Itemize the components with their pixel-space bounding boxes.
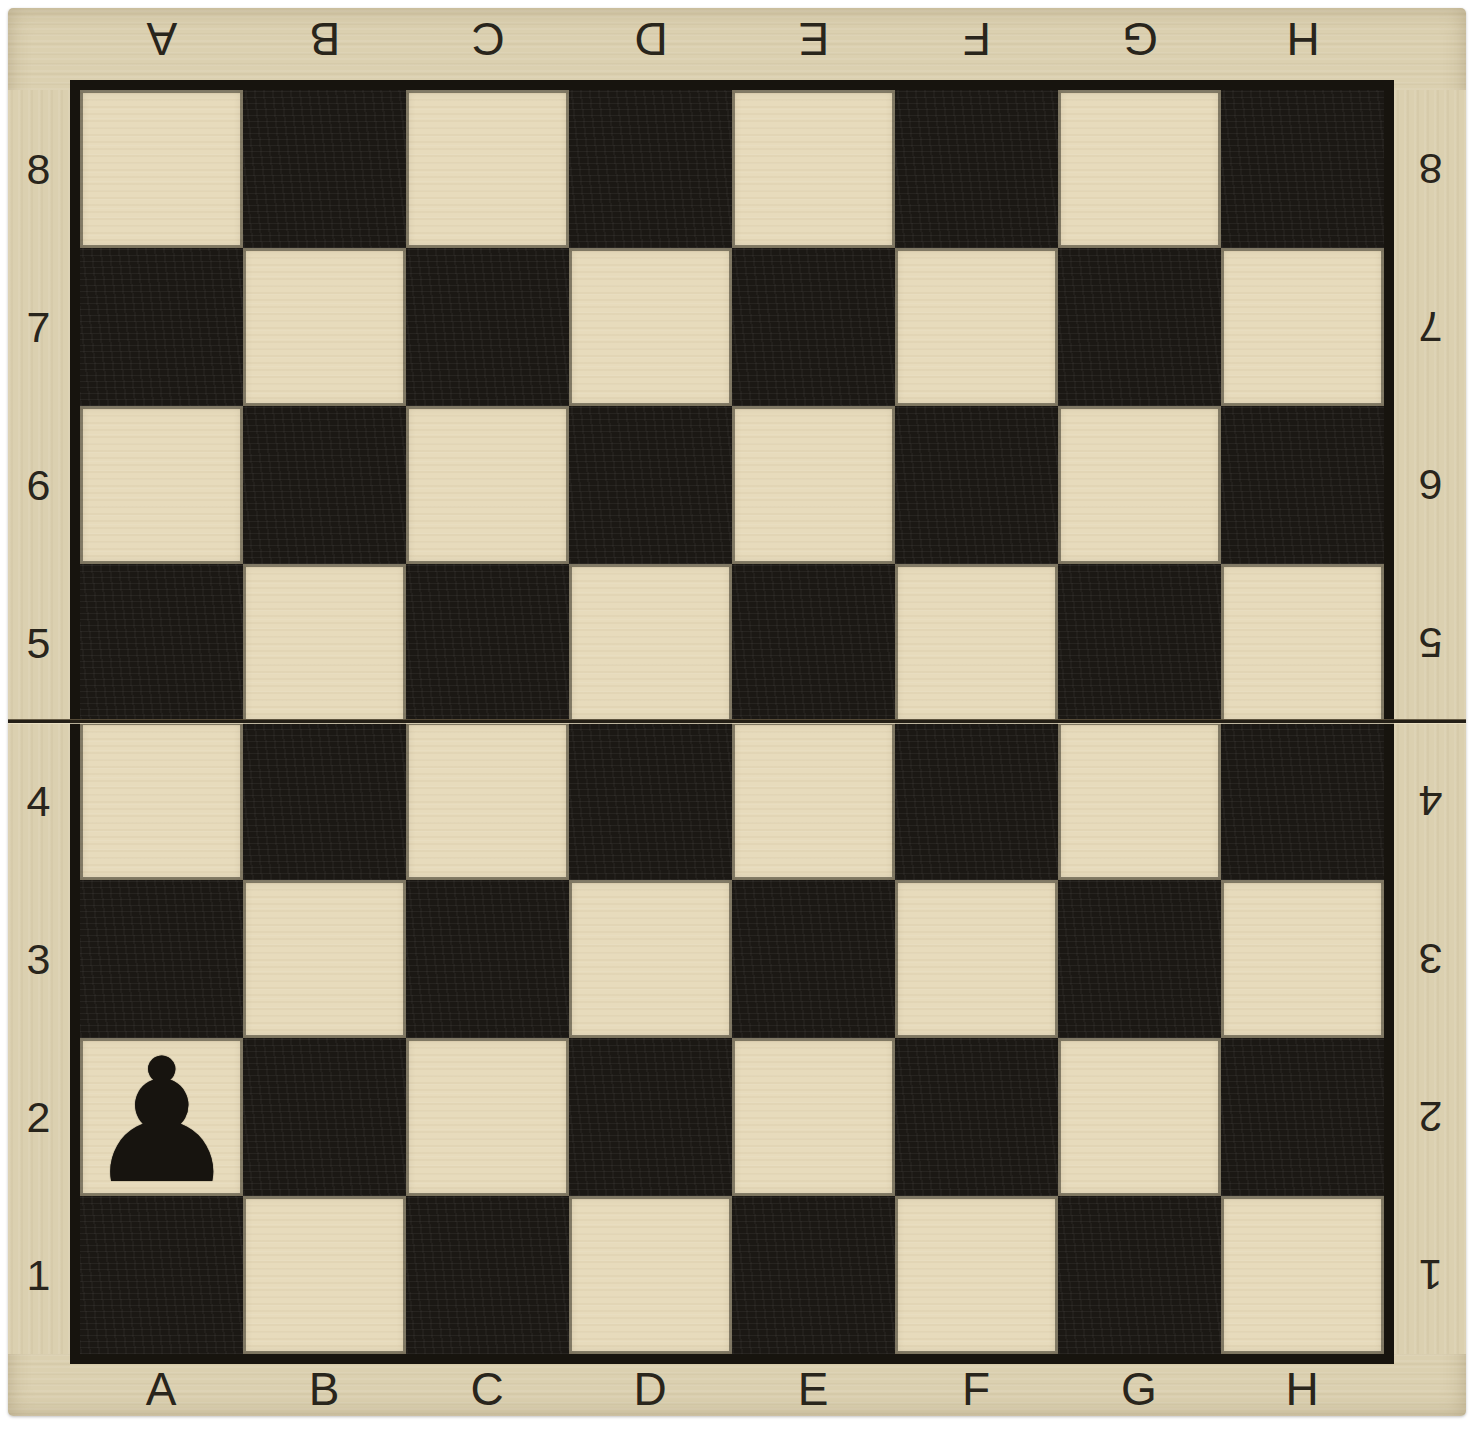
square-a1 xyxy=(80,1196,243,1354)
rank-label-left-4: 4 xyxy=(8,722,70,880)
square-b7 xyxy=(243,248,406,406)
rank-label-right-8: 8 xyxy=(1394,90,1466,248)
square-d4 xyxy=(569,722,732,880)
square-e4 xyxy=(732,722,895,880)
square-e6 xyxy=(732,406,895,564)
square-g6 xyxy=(1058,406,1221,564)
rank-label-right-5: 5 xyxy=(1394,564,1466,722)
board-fold-seam xyxy=(8,719,1466,726)
square-d7 xyxy=(569,248,732,406)
file-label-bottom-d: D xyxy=(569,1364,732,1416)
square-d6 xyxy=(569,406,732,564)
file-label-top-e: E xyxy=(732,8,895,80)
square-f4 xyxy=(895,722,1058,880)
square-b4 xyxy=(243,722,406,880)
square-g2 xyxy=(1058,1038,1221,1196)
square-c7 xyxy=(406,248,569,406)
rank-label-right-1: 1 xyxy=(1394,1196,1466,1354)
square-a5 xyxy=(80,564,243,722)
square-a2: ♟ xyxy=(80,1038,243,1196)
file-labels-top: ABCDEFGH xyxy=(80,8,1384,80)
rank-label-right-3: 3 xyxy=(1394,880,1466,1038)
square-e2 xyxy=(732,1038,895,1196)
square-f6 xyxy=(895,406,1058,564)
square-f2 xyxy=(895,1038,1058,1196)
square-h2 xyxy=(1221,1038,1384,1196)
square-b2 xyxy=(243,1038,406,1196)
file-label-top-b: B xyxy=(243,8,406,80)
rank-label-left-2: 2 xyxy=(8,1038,70,1196)
chessboard: ABCDEFGH 87654321 87654321 ABCDEFGH ♟ xyxy=(8,8,1466,1416)
rank-label-left-3: 3 xyxy=(8,880,70,1038)
square-c1 xyxy=(406,1196,569,1354)
square-a6 xyxy=(80,406,243,564)
square-b1 xyxy=(243,1196,406,1354)
rank-label-right-4: 4 xyxy=(1394,722,1466,880)
file-labels-bottom: ABCDEFGH xyxy=(80,1364,1384,1416)
square-g4 xyxy=(1058,722,1221,880)
square-e7 xyxy=(732,248,895,406)
square-b5 xyxy=(243,564,406,722)
square-c4 xyxy=(406,722,569,880)
file-label-bottom-g: G xyxy=(1058,1364,1221,1416)
rank-label-left-8: 8 xyxy=(8,90,70,248)
square-h6 xyxy=(1221,406,1384,564)
file-label-bottom-h: H xyxy=(1221,1364,1384,1416)
square-f7 xyxy=(895,248,1058,406)
square-d1 xyxy=(569,1196,732,1354)
square-h3 xyxy=(1221,880,1384,1038)
rank-label-left-5: 5 xyxy=(8,564,70,722)
page: { "game": "chess", "position": { "fen": … xyxy=(0,0,1476,1436)
file-label-top-h: H xyxy=(1221,8,1384,80)
square-e5 xyxy=(732,564,895,722)
rank-label-left-1: 1 xyxy=(8,1196,70,1354)
square-a7 xyxy=(80,248,243,406)
square-b3 xyxy=(243,880,406,1038)
square-c2 xyxy=(406,1038,569,1196)
square-e8 xyxy=(732,90,895,248)
file-label-bottom-e: E xyxy=(732,1364,895,1416)
square-g7 xyxy=(1058,248,1221,406)
square-h7 xyxy=(1221,248,1384,406)
rank-label-left-6: 6 xyxy=(8,406,70,564)
rank-label-left-7: 7 xyxy=(8,248,70,406)
square-h8 xyxy=(1221,90,1384,248)
square-f3 xyxy=(895,880,1058,1038)
square-f8 xyxy=(895,90,1058,248)
square-h5 xyxy=(1221,564,1384,722)
file-label-top-g: G xyxy=(1058,8,1221,80)
file-label-bottom-b: B xyxy=(243,1364,406,1416)
file-label-bottom-a: A xyxy=(80,1364,243,1416)
rank-label-right-6: 6 xyxy=(1394,406,1466,564)
square-h4 xyxy=(1221,722,1384,880)
square-d2 xyxy=(569,1038,732,1196)
square-f5 xyxy=(895,564,1058,722)
square-c5 xyxy=(406,564,569,722)
square-e3 xyxy=(732,880,895,1038)
square-c6 xyxy=(406,406,569,564)
square-g5 xyxy=(1058,564,1221,722)
square-a3 xyxy=(80,880,243,1038)
square-c3 xyxy=(406,880,569,1038)
file-label-bottom-f: F xyxy=(895,1364,1058,1416)
file-label-top-c: C xyxy=(406,8,569,80)
square-b8 xyxy=(243,90,406,248)
square-g8 xyxy=(1058,90,1221,248)
square-b6 xyxy=(243,406,406,564)
black-pawn: ♟ xyxy=(84,1036,238,1208)
file-label-top-d: D xyxy=(569,8,732,80)
file-label-top-f: F xyxy=(895,8,1058,80)
square-a8 xyxy=(80,90,243,248)
square-f1 xyxy=(895,1196,1058,1354)
square-g3 xyxy=(1058,880,1221,1038)
square-c8 xyxy=(406,90,569,248)
square-h1 xyxy=(1221,1196,1384,1354)
square-a4 xyxy=(80,722,243,880)
file-label-top-a: A xyxy=(80,8,243,80)
rank-label-right-2: 2 xyxy=(1394,1038,1466,1196)
square-g1 xyxy=(1058,1196,1221,1354)
square-d3 xyxy=(569,880,732,1038)
square-e1 xyxy=(732,1196,895,1354)
file-label-bottom-c: C xyxy=(406,1364,569,1416)
square-d5 xyxy=(569,564,732,722)
square-d8 xyxy=(569,90,732,248)
rank-label-right-7: 7 xyxy=(1394,248,1466,406)
